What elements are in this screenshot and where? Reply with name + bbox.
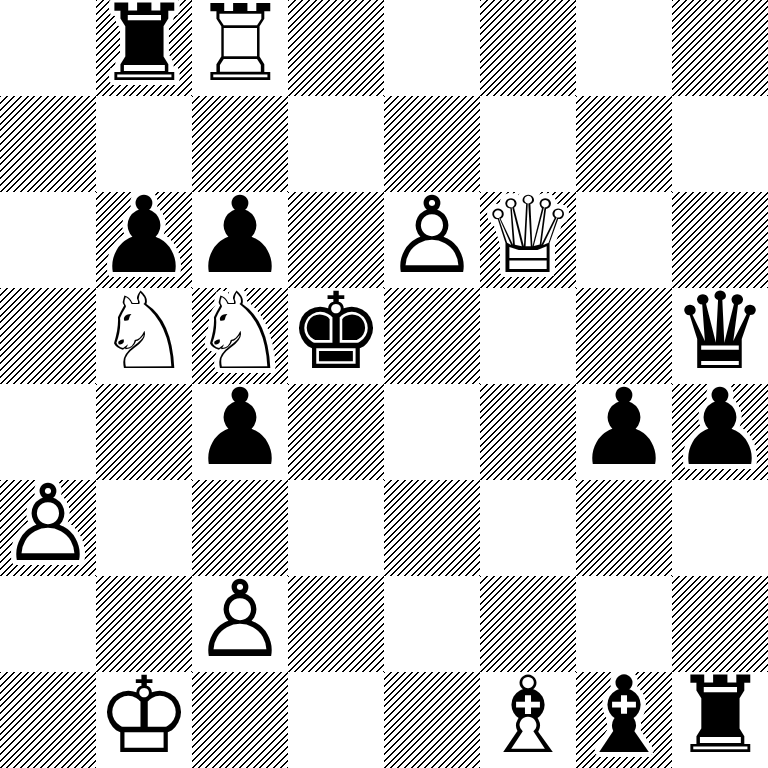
white-piece-outline: ♗ (480, 672, 576, 768)
square-h3[interactable] (672, 480, 768, 576)
white-piece-outline: ♙ (192, 576, 288, 672)
square-e5[interactable] (384, 288, 480, 384)
white-piece-outline: ♖ (192, 0, 288, 96)
chess-board: ♜♜♖♟♟♟♙♛♕♞♘♞♘♚♛♟♟♟♟♙♟♙♚♔♝♗♝♜ (0, 0, 768, 768)
square-f8[interactable] (480, 0, 576, 96)
square-g7[interactable] (576, 96, 672, 192)
white-king-piece: ♚♔ (96, 672, 192, 768)
white-piece-outline: ♕ (480, 192, 576, 288)
square-h4[interactable]: ♟ (672, 384, 768, 480)
square-d2[interactable] (288, 576, 384, 672)
black-rook-piece: ♜ (672, 672, 768, 768)
square-e3[interactable] (384, 480, 480, 576)
black-piece-glyph: ♝ (576, 672, 672, 768)
square-f1[interactable]: ♝♗ (480, 672, 576, 768)
square-d5[interactable]: ♚ (288, 288, 384, 384)
white-piece-outline: ♙ (384, 192, 480, 288)
square-f3[interactable] (480, 480, 576, 576)
square-a8[interactable] (0, 0, 96, 96)
square-a7[interactable] (0, 96, 96, 192)
square-f5[interactable] (480, 288, 576, 384)
black-bishop-piece: ♝ (576, 672, 672, 768)
square-d8[interactable] (288, 0, 384, 96)
square-f6[interactable]: ♛♕ (480, 192, 576, 288)
square-d4[interactable] (288, 384, 384, 480)
square-b3[interactable] (96, 480, 192, 576)
square-h7[interactable] (672, 96, 768, 192)
square-f4[interactable] (480, 384, 576, 480)
square-h1[interactable]: ♜ (672, 672, 768, 768)
square-a2[interactable] (0, 576, 96, 672)
black-piece-glyph: ♟ (192, 384, 288, 480)
black-piece-glyph: ♟ (576, 384, 672, 480)
white-piece-outline: ♙ (0, 480, 96, 576)
white-pawn-piece: ♟♙ (384, 192, 480, 288)
white-piece-outline: ♔ (96, 672, 192, 768)
black-rook-piece: ♜ (96, 0, 192, 96)
white-pawn-piece: ♟♙ (0, 480, 96, 576)
square-c8[interactable]: ♜♖ (192, 0, 288, 96)
square-d3[interactable] (288, 480, 384, 576)
square-e1[interactable] (384, 672, 480, 768)
square-h8[interactable] (672, 0, 768, 96)
black-piece-glyph: ♟ (672, 384, 768, 480)
square-a3[interactable]: ♟♙ (0, 480, 96, 576)
square-g3[interactable] (576, 480, 672, 576)
square-c2[interactable]: ♟♙ (192, 576, 288, 672)
black-piece-glyph: ♜ (672, 672, 768, 768)
square-g8[interactable] (576, 0, 672, 96)
white-queen-piece: ♛♕ (480, 192, 576, 288)
black-piece-glyph: ♚ (288, 288, 384, 384)
square-b4[interactable] (96, 384, 192, 480)
square-e2[interactable] (384, 576, 480, 672)
white-piece-outline: ♘ (96, 288, 192, 384)
square-c4[interactable]: ♟ (192, 384, 288, 480)
square-g1[interactable]: ♝ (576, 672, 672, 768)
square-b8[interactable]: ♜ (96, 0, 192, 96)
black-pawn-piece: ♟ (576, 384, 672, 480)
black-pawn-piece: ♟ (192, 384, 288, 480)
black-piece-glyph: ♜ (96, 0, 192, 96)
white-bishop-piece: ♝♗ (480, 672, 576, 768)
black-king-piece: ♚ (288, 288, 384, 384)
square-b1[interactable]: ♚♔ (96, 672, 192, 768)
square-e6[interactable]: ♟♙ (384, 192, 480, 288)
square-e4[interactable] (384, 384, 480, 480)
square-b5[interactable]: ♞♘ (96, 288, 192, 384)
square-e8[interactable] (384, 0, 480, 96)
white-pawn-piece: ♟♙ (192, 576, 288, 672)
square-d1[interactable] (288, 672, 384, 768)
square-d7[interactable] (288, 96, 384, 192)
square-a1[interactable] (0, 672, 96, 768)
black-pawn-piece: ♟ (672, 384, 768, 480)
white-knight-piece: ♞♘ (96, 288, 192, 384)
square-a5[interactable] (0, 288, 96, 384)
square-a6[interactable] (0, 192, 96, 288)
square-g4[interactable]: ♟ (576, 384, 672, 480)
white-rook-piece: ♜♖ (192, 0, 288, 96)
square-c1[interactable] (192, 672, 288, 768)
square-g6[interactable] (576, 192, 672, 288)
